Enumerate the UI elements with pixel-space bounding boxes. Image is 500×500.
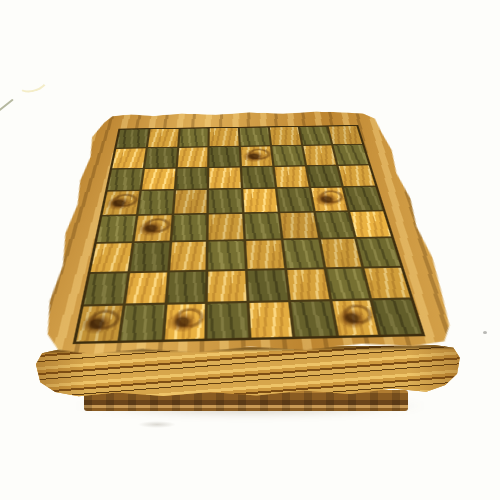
square-f7 — [272, 146, 304, 166]
square-h6 — [339, 165, 375, 186]
square-a5 — [103, 191, 140, 215]
square-g5 — [311, 188, 348, 211]
photo-artifact-smudge-arc — [14, 68, 50, 95]
square-c4 — [172, 215, 207, 241]
board-top-surface — [33, 110, 466, 356]
square-d2 — [208, 270, 246, 302]
square-f2 — [287, 269, 329, 300]
square-c8 — [179, 128, 208, 146]
square-e4 — [245, 213, 281, 239]
square-g7 — [303, 145, 336, 164]
square-h3 — [357, 238, 400, 266]
square-e3 — [246, 240, 284, 268]
square-c5 — [174, 190, 207, 213]
square-h4 — [350, 211, 390, 236]
square-a1 — [76, 306, 122, 342]
square-f6 — [274, 166, 308, 187]
square-h2 — [365, 267, 411, 298]
square-g3 — [320, 239, 361, 267]
square-a2 — [84, 273, 127, 305]
square-c3 — [169, 241, 206, 269]
square-g6 — [307, 166, 342, 187]
square-h1 — [373, 300, 422, 335]
board-shadow-smudge — [138, 421, 176, 428]
square-g2 — [326, 268, 370, 299]
square-b8 — [148, 129, 178, 147]
square-b1 — [120, 305, 164, 340]
square-c6 — [176, 168, 208, 189]
square-d1 — [208, 303, 249, 338]
square-g8 — [299, 127, 331, 145]
square-f3 — [283, 239, 322, 267]
square-b6 — [142, 168, 175, 189]
square-c1 — [164, 304, 205, 339]
board-grid — [73, 125, 426, 344]
square-d4 — [209, 214, 244, 240]
square-h8 — [329, 126, 362, 144]
square-d3 — [209, 241, 245, 269]
square-b5 — [138, 191, 173, 215]
square-e7 — [241, 146, 272, 166]
square-f4 — [280, 213, 317, 239]
square-b3 — [130, 242, 169, 271]
square-e2 — [248, 270, 288, 301]
square-e8 — [240, 127, 270, 145]
square-e5 — [243, 189, 277, 212]
square-h5 — [344, 187, 382, 210]
square-d6 — [209, 167, 240, 188]
square-a8 — [117, 129, 149, 147]
square-f5 — [277, 188, 312, 211]
photo-artifact-scratch — [0, 99, 14, 112]
photo-scene — [0, 0, 500, 500]
square-e6 — [242, 167, 274, 188]
square-a6 — [108, 169, 143, 191]
square-c7 — [177, 147, 207, 167]
square-d7 — [210, 147, 240, 167]
square-b7 — [145, 148, 177, 168]
square-g1 — [332, 301, 379, 336]
square-b4 — [134, 215, 171, 241]
square-h7 — [334, 145, 369, 164]
square-a3 — [91, 243, 132, 272]
photo-artifact-speck — [483, 331, 487, 334]
square-f8 — [270, 127, 301, 145]
square-d8 — [210, 128, 239, 146]
square-f1 — [291, 302, 335, 337]
square-a7 — [112, 148, 145, 168]
square-a4 — [97, 216, 136, 242]
square-g4 — [315, 212, 354, 238]
square-b2 — [125, 272, 166, 304]
square-d5 — [209, 189, 242, 212]
square-e1 — [250, 302, 292, 337]
square-c2 — [167, 271, 206, 303]
